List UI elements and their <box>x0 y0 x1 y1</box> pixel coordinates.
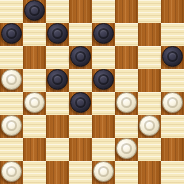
square-b3[interactable] <box>23 115 46 138</box>
square-b2[interactable] <box>23 138 46 161</box>
black-man[interactable] <box>1 23 22 44</box>
square-h6[interactable] <box>161 46 184 69</box>
square-a2[interactable] <box>0 138 23 161</box>
white-man[interactable] <box>162 92 183 113</box>
square-f1[interactable] <box>115 161 138 184</box>
black-man[interactable] <box>47 23 68 44</box>
square-f4[interactable] <box>115 92 138 115</box>
square-e6[interactable] <box>92 46 115 69</box>
square-h7[interactable] <box>161 23 184 46</box>
square-d3[interactable] <box>69 115 92 138</box>
square-g1[interactable] <box>138 161 161 184</box>
black-man[interactable] <box>47 69 68 90</box>
square-a4[interactable] <box>0 92 23 115</box>
square-d4[interactable] <box>69 92 92 115</box>
square-b8[interactable] <box>23 0 46 23</box>
square-a3[interactable] <box>0 115 23 138</box>
white-man[interactable] <box>93 161 114 182</box>
black-man[interactable] <box>93 69 114 90</box>
square-c4[interactable] <box>46 92 69 115</box>
square-a6[interactable] <box>0 46 23 69</box>
square-f8[interactable] <box>115 0 138 23</box>
white-man[interactable] <box>116 138 137 159</box>
square-d5[interactable] <box>69 69 92 92</box>
square-e3[interactable] <box>92 115 115 138</box>
square-g2[interactable] <box>138 138 161 161</box>
square-g7[interactable] <box>138 23 161 46</box>
black-man[interactable] <box>70 46 91 67</box>
square-c6[interactable] <box>46 46 69 69</box>
square-b6[interactable] <box>23 46 46 69</box>
white-man[interactable] <box>24 92 45 113</box>
black-man[interactable] <box>70 92 91 113</box>
square-h3[interactable] <box>161 115 184 138</box>
square-c1[interactable] <box>46 161 69 184</box>
square-f3[interactable] <box>115 115 138 138</box>
white-man[interactable] <box>139 115 160 136</box>
white-man[interactable] <box>1 115 22 136</box>
square-f5[interactable] <box>115 69 138 92</box>
square-h1[interactable] <box>161 161 184 184</box>
square-b1[interactable] <box>23 161 46 184</box>
square-e7[interactable] <box>92 23 115 46</box>
square-h8[interactable] <box>161 0 184 23</box>
white-man[interactable] <box>1 69 22 90</box>
square-d2[interactable] <box>69 138 92 161</box>
square-c3[interactable] <box>46 115 69 138</box>
square-f6[interactable] <box>115 46 138 69</box>
checkers-board <box>0 0 184 184</box>
square-d1[interactable] <box>69 161 92 184</box>
square-f2[interactable] <box>115 138 138 161</box>
square-h4[interactable] <box>161 92 184 115</box>
black-man[interactable] <box>24 0 45 21</box>
square-g3[interactable] <box>138 115 161 138</box>
square-b7[interactable] <box>23 23 46 46</box>
square-a8[interactable] <box>0 0 23 23</box>
square-e5[interactable] <box>92 69 115 92</box>
square-a5[interactable] <box>0 69 23 92</box>
square-g8[interactable] <box>138 0 161 23</box>
square-d6[interactable] <box>69 46 92 69</box>
square-e1[interactable] <box>92 161 115 184</box>
square-c8[interactable] <box>46 0 69 23</box>
square-c2[interactable] <box>46 138 69 161</box>
square-g4[interactable] <box>138 92 161 115</box>
square-e4[interactable] <box>92 92 115 115</box>
square-c5[interactable] <box>46 69 69 92</box>
square-g5[interactable] <box>138 69 161 92</box>
white-man[interactable] <box>116 92 137 113</box>
square-b5[interactable] <box>23 69 46 92</box>
square-a1[interactable] <box>0 161 23 184</box>
square-h5[interactable] <box>161 69 184 92</box>
square-d7[interactable] <box>69 23 92 46</box>
square-f7[interactable] <box>115 23 138 46</box>
square-e8[interactable] <box>92 0 115 23</box>
square-g6[interactable] <box>138 46 161 69</box>
square-a7[interactable] <box>0 23 23 46</box>
square-b4[interactable] <box>23 92 46 115</box>
square-d8[interactable] <box>69 0 92 23</box>
black-man[interactable] <box>162 46 183 67</box>
square-e2[interactable] <box>92 138 115 161</box>
black-man[interactable] <box>93 23 114 44</box>
white-man[interactable] <box>1 161 22 182</box>
square-c7[interactable] <box>46 23 69 46</box>
square-h2[interactable] <box>161 138 184 161</box>
